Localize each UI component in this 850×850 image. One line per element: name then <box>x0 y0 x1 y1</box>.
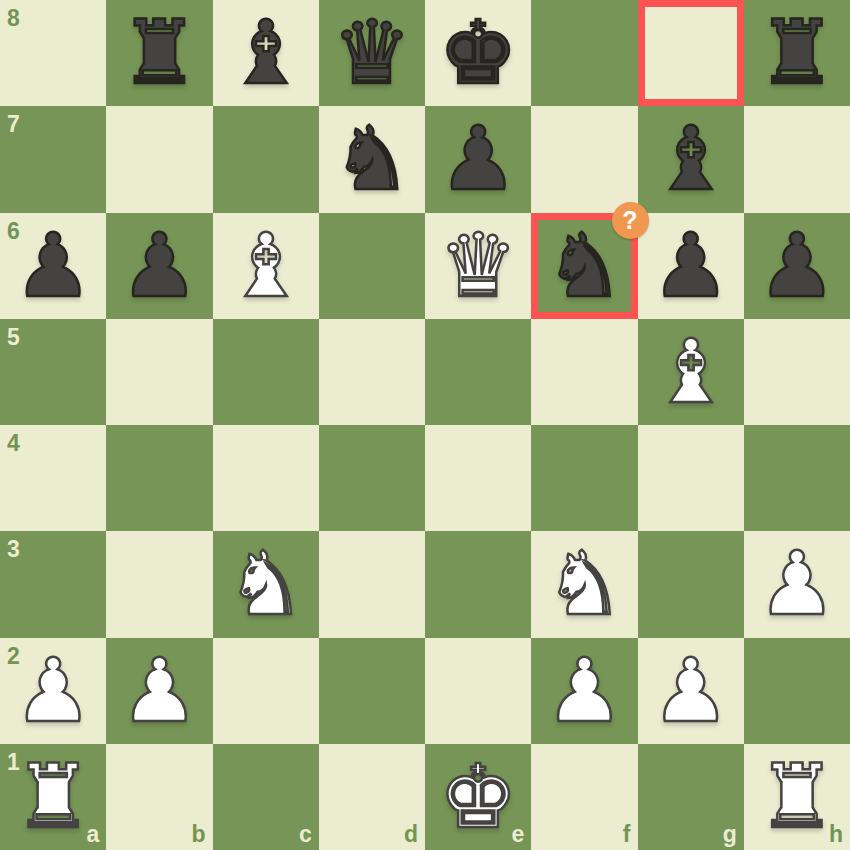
square-b1[interactable]: b <box>106 744 212 850</box>
square-c2[interactable] <box>213 638 319 744</box>
white-bishop[interactable]: ♝ <box>213 213 319 319</box>
square-e1[interactable]: e♚ <box>425 744 531 850</box>
square-h7[interactable] <box>744 106 850 212</box>
rank-label-2: 2 <box>7 643 20 670</box>
square-e3[interactable] <box>425 531 531 637</box>
black-knight[interactable]: ♞ <box>319 106 425 212</box>
square-g8[interactable] <box>638 0 744 106</box>
square-g4[interactable] <box>638 425 744 531</box>
square-h3[interactable]: ♟ <box>744 531 850 637</box>
square-g6[interactable]: ♟ <box>638 213 744 319</box>
square-g2[interactable]: ♟ <box>638 638 744 744</box>
file-label-g: g <box>723 821 737 848</box>
black-bishop[interactable]: ♝ <box>213 0 319 106</box>
white-pawn[interactable]: ♟ <box>638 638 744 744</box>
file-label-a: a <box>86 821 99 848</box>
file-label-b: b <box>191 821 205 848</box>
square-b5[interactable] <box>106 319 212 425</box>
black-queen[interactable]: ♛ <box>319 0 425 106</box>
file-label-d: d <box>404 821 418 848</box>
black-pawn[interactable]: ♟ <box>744 213 850 319</box>
square-c3[interactable]: ♞ <box>213 531 319 637</box>
square-c8[interactable]: ♝ <box>213 0 319 106</box>
square-e5[interactable] <box>425 319 531 425</box>
square-e2[interactable] <box>425 638 531 744</box>
rank-label-1: 1 <box>7 749 20 776</box>
square-h2[interactable] <box>744 638 850 744</box>
white-pawn[interactable]: ♟ <box>106 638 212 744</box>
square-a4[interactable]: 4 <box>0 425 106 531</box>
square-a5[interactable]: 5 <box>0 319 106 425</box>
rank-label-8: 8 <box>7 5 20 32</box>
white-knight[interactable]: ♞ <box>531 531 637 637</box>
square-d5[interactable] <box>319 319 425 425</box>
square-d7[interactable]: ♞ <box>319 106 425 212</box>
square-a7[interactable]: 7 <box>0 106 106 212</box>
square-b3[interactable] <box>106 531 212 637</box>
square-f5[interactable] <box>531 319 637 425</box>
square-c6[interactable]: ♝ <box>213 213 319 319</box>
square-a3[interactable]: 3 <box>0 531 106 637</box>
white-knight[interactable]: ♞ <box>213 531 319 637</box>
square-a2[interactable]: 2♟ <box>0 638 106 744</box>
file-label-c: c <box>299 821 312 848</box>
square-d8[interactable]: ♛ <box>319 0 425 106</box>
square-a6[interactable]: 6♟ <box>0 213 106 319</box>
white-pawn[interactable]: ♟ <box>531 638 637 744</box>
square-d6[interactable] <box>319 213 425 319</box>
black-rook[interactable]: ♜ <box>744 0 850 106</box>
square-e7[interactable]: ♟ <box>425 106 531 212</box>
square-g3[interactable] <box>638 531 744 637</box>
square-d2[interactable] <box>319 638 425 744</box>
mistake-badge: ? <box>612 202 649 239</box>
chess-board: 8♜♝♛♚♜7♞♟♝6♟♟♝♛♞♟♟5♝43♞♞♟2♟♟♟♟1a♜bcde♚fg… <box>0 0 850 850</box>
square-c1[interactable]: c <box>213 744 319 850</box>
white-queen[interactable]: ♛ <box>425 213 531 319</box>
black-pawn[interactable]: ♟ <box>425 106 531 212</box>
square-f1[interactable]: f <box>531 744 637 850</box>
square-c4[interactable] <box>213 425 319 531</box>
square-b7[interactable] <box>106 106 212 212</box>
square-d4[interactable] <box>319 425 425 531</box>
black-pawn[interactable]: ♟ <box>638 213 744 319</box>
file-label-h: h <box>829 821 843 848</box>
rank-label-6: 6 <box>7 218 20 245</box>
square-d3[interactable] <box>319 531 425 637</box>
white-pawn[interactable]: ♟ <box>744 531 850 637</box>
square-f3[interactable]: ♞ <box>531 531 637 637</box>
square-b8[interactable]: ♜ <box>106 0 212 106</box>
square-h8[interactable]: ♜ <box>744 0 850 106</box>
black-rook[interactable]: ♜ <box>106 0 212 106</box>
file-label-f: f <box>623 821 631 848</box>
square-b4[interactable] <box>106 425 212 531</box>
square-e6[interactable]: ♛ <box>425 213 531 319</box>
square-b6[interactable]: ♟ <box>106 213 212 319</box>
square-f7[interactable] <box>531 106 637 212</box>
rank-label-5: 5 <box>7 324 20 351</box>
square-h4[interactable] <box>744 425 850 531</box>
file-label-e: e <box>511 821 524 848</box>
square-h5[interactable] <box>744 319 850 425</box>
square-g1[interactable]: g <box>638 744 744 850</box>
black-king[interactable]: ♚ <box>425 0 531 106</box>
square-e8[interactable]: ♚ <box>425 0 531 106</box>
white-bishop[interactable]: ♝ <box>638 319 744 425</box>
square-f4[interactable] <box>531 425 637 531</box>
rank-label-3: 3 <box>7 536 20 563</box>
rank-label-4: 4 <box>7 430 20 457</box>
square-a8[interactable]: 8 <box>0 0 106 106</box>
square-e4[interactable] <box>425 425 531 531</box>
black-pawn[interactable]: ♟ <box>106 213 212 319</box>
square-a1[interactable]: 1a♜ <box>0 744 106 850</box>
rank-label-7: 7 <box>7 111 20 138</box>
square-c5[interactable] <box>213 319 319 425</box>
mistake-badge-symbol: ? <box>622 206 637 235</box>
square-g7[interactable]: ♝ <box>638 106 744 212</box>
square-h6[interactable]: ♟ <box>744 213 850 319</box>
square-d1[interactable]: d <box>319 744 425 850</box>
square-g5[interactable]: ♝ <box>638 319 744 425</box>
square-b2[interactable]: ♟ <box>106 638 212 744</box>
black-bishop[interactable]: ♝ <box>638 106 744 212</box>
square-f8[interactable] <box>531 0 637 106</box>
square-h1[interactable]: h♜ <box>744 744 850 850</box>
square-c7[interactable] <box>213 106 319 212</box>
square-f2[interactable]: ♟ <box>531 638 637 744</box>
